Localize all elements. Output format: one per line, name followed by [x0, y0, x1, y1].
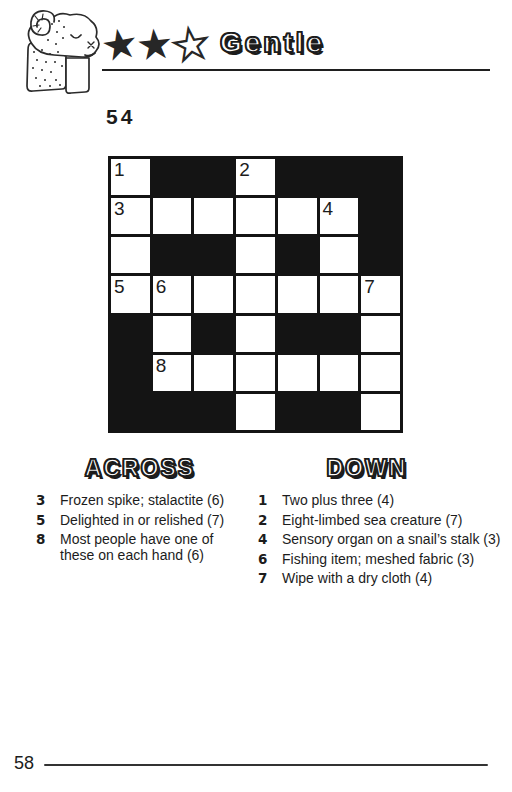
- block-cell: [194, 159, 233, 195]
- star-empty-icon: ★: [169, 21, 213, 68]
- clue-text: Most people have one of these on each ha…: [60, 532, 244, 563]
- grid-cell[interactable]: 3: [111, 198, 150, 234]
- block-cell: [278, 316, 317, 352]
- cell-number: 4: [323, 199, 334, 218]
- grid-cell[interactable]: 7: [361, 276, 400, 312]
- footer-rule: [44, 764, 488, 766]
- clue-item: 1Two plus three (4): [258, 493, 504, 509]
- block-cell: [194, 316, 233, 352]
- block-cell: [194, 394, 233, 430]
- difficulty-rating: ★★★ Gentle: [101, 22, 325, 68]
- clue-number: 3: [36, 493, 51, 509]
- clue-text: Fishing item; meshed fabric (3): [282, 552, 504, 568]
- block-cell: [320, 394, 359, 430]
- clue-number: 6: [258, 552, 273, 568]
- clue-item: 4Sensory organ on a snail’s stalk (3): [258, 532, 504, 548]
- header-rule: [102, 69, 490, 71]
- clue-text: Frozen spike; stalactite (6): [60, 493, 244, 509]
- down-section: DOWN 1Two plus three (4)2Eight-limbed se…: [258, 455, 504, 591]
- grid-cell[interactable]: 5: [111, 276, 150, 312]
- difficulty-label: Gentle: [220, 27, 325, 63]
- grid-cell[interactable]: [194, 276, 233, 312]
- grid-cell[interactable]: [194, 355, 233, 391]
- cell-number: 6: [156, 277, 167, 296]
- clue-text: Sensory organ on a snail’s stalk (3): [282, 532, 504, 548]
- grid-cell[interactable]: 6: [153, 276, 192, 312]
- grid-cell[interactable]: [236, 276, 275, 312]
- clue-number: 8: [36, 532, 51, 563]
- grid-cell[interactable]: [361, 394, 400, 430]
- page-number: 58: [14, 753, 34, 774]
- clue-number: 4: [258, 532, 273, 548]
- cell-number: 1: [114, 160, 125, 179]
- grid-cell[interactable]: 8: [153, 355, 192, 391]
- clue-number: 7: [258, 571, 273, 587]
- block-cell: [320, 316, 359, 352]
- clue-item: 5Delighted in or relished (7): [36, 513, 244, 529]
- grid-cell[interactable]: [153, 316, 192, 352]
- clue-text: Eight-limbed sea creature (7): [282, 513, 504, 529]
- across-clue-list: 3Frozen spike; stalactite (6)5Delighted …: [36, 493, 244, 563]
- grid-cell[interactable]: [278, 276, 317, 312]
- across-section: ACROSS 3Frozen spike; stalactite (6)5Del…: [36, 455, 244, 567]
- block-cell: [361, 159, 400, 195]
- down-heading: DOWN: [258, 455, 476, 482]
- cell-number: 3: [114, 199, 125, 218]
- block-cell: [361, 237, 400, 273]
- clue-item: 7Wipe with a dry cloth (4): [258, 571, 504, 587]
- block-cell: [153, 394, 192, 430]
- block-cell: [111, 316, 150, 352]
- grid-cell[interactable]: [111, 237, 150, 273]
- grid-cell[interactable]: [278, 355, 317, 391]
- grid-cell[interactable]: 4: [320, 198, 359, 234]
- grid-cell[interactable]: [320, 355, 359, 391]
- block-cell: [320, 159, 359, 195]
- clue-item: 2Eight-limbed sea creature (7): [258, 513, 504, 529]
- grid-cell[interactable]: [153, 198, 192, 234]
- cell-number: 5: [114, 277, 125, 296]
- difficulty-stars: ★★★: [101, 24, 207, 66]
- block-cell: [361, 198, 400, 234]
- clue-item: 8Most people have one of these on each h…: [36, 532, 244, 563]
- clue-number: 5: [36, 513, 51, 529]
- block-cell: [278, 159, 317, 195]
- grid-cell[interactable]: [278, 198, 317, 234]
- block-cell: [111, 394, 150, 430]
- grid-cell[interactable]: [194, 198, 233, 234]
- cell-number: 8: [156, 356, 167, 375]
- across-heading: ACROSS: [36, 455, 244, 482]
- block-cell: [278, 394, 317, 430]
- down-clue-list: 1Two plus three (4)2Eight-limbed sea cre…: [258, 493, 504, 587]
- grid-cell[interactable]: [236, 394, 275, 430]
- clue-text: Wipe with a dry cloth (4): [282, 571, 504, 587]
- block-cell: [194, 237, 233, 273]
- block-cell: [278, 237, 317, 273]
- clue-number: 2: [258, 513, 273, 529]
- grid-cell[interactable]: 1: [111, 159, 150, 195]
- clue-text: Delighted in or relished (7): [60, 513, 244, 529]
- grid-cell[interactable]: [236, 237, 275, 273]
- puzzle-book-page: ★★★ Gentle 54 12345678 ACROSS 3Frozen sp…: [0, 0, 512, 792]
- clue-item: 6Fishing item; meshed fabric (3): [258, 552, 504, 568]
- grid-cell[interactable]: [320, 276, 359, 312]
- clue-item: 3Frozen spike; stalactite (6): [36, 493, 244, 509]
- grid-cell[interactable]: [361, 316, 400, 352]
- block-cell: [153, 237, 192, 273]
- puzzle-number: 54: [106, 105, 135, 129]
- grid-cell[interactable]: [236, 316, 275, 352]
- cell-number: 2: [239, 160, 250, 179]
- cell-number: 7: [364, 277, 375, 296]
- grid-cell[interactable]: [320, 237, 359, 273]
- clue-text: Two plus three (4): [282, 493, 504, 509]
- block-cell: [153, 159, 192, 195]
- crossword-grid: 12345678: [108, 156, 403, 433]
- sheep-icon: [18, 6, 102, 102]
- grid-cell[interactable]: 2: [236, 159, 275, 195]
- clue-number: 1: [258, 493, 273, 509]
- grid-cell[interactable]: [236, 198, 275, 234]
- block-cell: [111, 355, 150, 391]
- grid-cell[interactable]: [361, 355, 400, 391]
- grid-cell[interactable]: [236, 355, 275, 391]
